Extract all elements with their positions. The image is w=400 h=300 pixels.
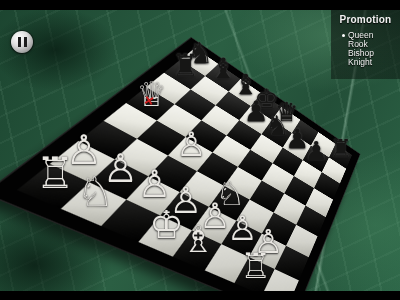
piece-white-p-c4[interactable]: ♙ — [176, 128, 206, 162]
game-screen: ♞♝♝♚♛♜♜♟♞♟♟♕♙♘♙♙♙♙♙♙♙♖♘♔♗♖✕ Promotion Qu… — [0, 0, 400, 300]
piece-black-p-g7[interactable]: ♟ — [305, 138, 328, 164]
piece-black-r-h8[interactable]: ♜ — [330, 137, 352, 161]
pause-button[interactable] — [11, 31, 33, 53]
promotion-options: Queen Rook Bishop Knight — [331, 31, 400, 67]
scene: ♞♝♝♚♛♜♜♟♞♟♟♕♙♘♙♙♙♙♙♙♙♖♘♔♗♖✕ Promotion Qu… — [0, 0, 400, 300]
letterbox-bottom — [0, 291, 400, 300]
selected-dot — [342, 34, 345, 37]
pause-icon — [24, 37, 27, 47]
piece-white-b-e1[interactable]: ♗ — [182, 221, 215, 258]
promotion-option-label: Knight — [348, 57, 372, 67]
piece-white-r-g1[interactable]: ♖ — [240, 249, 271, 284]
promotion-panel: Promotion Queen Rook Bishop Knight — [331, 10, 400, 79]
piece-white-q-a5[interactable]: ♕ — [136, 77, 166, 111]
piece-black-r-a7[interactable]: ♜ — [172, 51, 200, 82]
letterbox-top — [0, 0, 400, 10]
promotion-title: Promotion — [331, 14, 400, 25]
pause-icon — [18, 37, 21, 47]
promotion-option-knight[interactable]: Knight — [331, 58, 400, 67]
piece-white-p-c2[interactable]: ♙ — [137, 166, 171, 204]
piece-white-k-d1[interactable]: ♔ — [149, 206, 184, 245]
piece-white-r-a1[interactable]: ♖ — [36, 152, 75, 195]
piece-white-n-b1[interactable]: ♘ — [77, 171, 114, 213]
